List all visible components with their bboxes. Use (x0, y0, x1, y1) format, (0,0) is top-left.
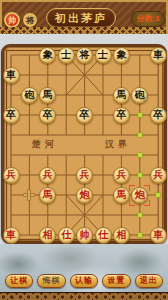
piece-red-炮[interactable]: 炮 (76, 187, 93, 204)
toolbar-button-exit[interactable]: 退出 (135, 274, 163, 288)
topbar-ornament-strip (0, 27, 168, 34)
piece-black-卒[interactable]: 卒 (39, 107, 56, 124)
piece-red-兵[interactable]: 兵 (39, 167, 56, 184)
piece-black-馬[interactable]: 馬 (113, 87, 130, 104)
move-hint-dot[interactable] (138, 173, 142, 177)
top-bar: 帅 将 初出茅庐 分数:3 (0, 0, 168, 34)
move-hint-dot[interactable] (138, 233, 142, 237)
piece-red-兵[interactable]: 兵 (113, 167, 130, 184)
piece-black-砲[interactable]: 砲 (131, 87, 148, 104)
piece-black-卒[interactable]: 卒 (3, 107, 20, 124)
landscape-painting: 让棋悔棋认输设置退出 (0, 244, 168, 292)
river-label-right: 汉界 (96, 140, 140, 149)
red-side-coin-icon[interactable]: 帅 (4, 12, 20, 28)
selection-brackets (129, 185, 150, 206)
piece-red-兵[interactable]: 兵 (150, 167, 167, 184)
level-plaque: 初出茅庐 (46, 8, 116, 28)
piece-black-士[interactable]: 士 (58, 47, 75, 64)
piece-red-馬[interactable]: 馬 (113, 187, 130, 204)
piece-red-相[interactable]: 相 (39, 227, 56, 244)
piece-red-相[interactable]: 相 (113, 227, 130, 244)
toolbar-button-settings[interactable]: 设置 (102, 274, 130, 288)
move-hint-dot[interactable] (156, 193, 160, 197)
bottom-ornament-strip (0, 292, 168, 300)
toolbar: 让棋悔棋认输设置退出 (3, 274, 165, 288)
piece-black-卒[interactable]: 卒 (150, 107, 167, 124)
piece-red-兵[interactable]: 兵 (76, 167, 93, 184)
piece-black-象[interactable]: 象 (39, 47, 56, 64)
piece-black-卒[interactable]: 卒 (76, 107, 93, 124)
move-hint-dot[interactable] (138, 133, 142, 137)
piece-black-馬[interactable]: 馬 (39, 87, 56, 104)
piece-black-士[interactable]: 士 (95, 47, 112, 64)
piece-red-車[interactable]: 車 (150, 227, 167, 244)
toolbar-button-undo[interactable]: 悔棋 (37, 274, 65, 288)
move-hint-dot[interactable] (138, 213, 142, 217)
move-hint-dot[interactable] (138, 113, 142, 117)
piece-red-馬[interactable]: 馬 (39, 187, 56, 204)
piece-red-仕[interactable]: 仕 (58, 227, 75, 244)
piece-black-車[interactable]: 車 (3, 67, 20, 84)
score-badge: 分数:3 (131, 11, 165, 27)
level-title: 初出茅庐 (55, 13, 107, 24)
piece-black-象[interactable]: 象 (113, 47, 130, 64)
piece-red-仕[interactable]: 仕 (95, 227, 112, 244)
piece-red-兵[interactable]: 兵 (3, 167, 20, 184)
move-hint-dot[interactable] (138, 153, 142, 157)
river-label-left: 楚河 (23, 140, 67, 149)
toolbar-button-resign[interactable]: 认输 (70, 274, 98, 288)
toolbar-button-handicap[interactable]: 让棋 (5, 274, 33, 288)
score-text: 分数:3 (136, 15, 159, 23)
xiangqi-app: 帅 将 初出茅庐 分数:3 楚河 汉界 象士将士象車車砲馬馬砲卒卒卒卒卒兵兵兵兵… (0, 0, 168, 300)
piece-red-帅[interactable]: 帅 (76, 227, 93, 244)
piece-black-卒[interactable]: 卒 (113, 107, 130, 124)
piece-black-車[interactable]: 車 (150, 47, 167, 64)
piece-red-車[interactable]: 車 (3, 227, 20, 244)
black-side-coin-icon[interactable]: 将 (23, 13, 37, 27)
piece-black-砲[interactable]: 砲 (21, 87, 38, 104)
piece-black-将[interactable]: 将 (76, 47, 93, 64)
xiangqi-board[interactable]: 楚河 汉界 象士将士象車車砲馬馬砲卒卒卒卒卒兵兵兵兵兵馬炮馬炮車相仕帅仕相車 (1, 44, 167, 244)
last-move-origin-marker (23, 189, 35, 201)
